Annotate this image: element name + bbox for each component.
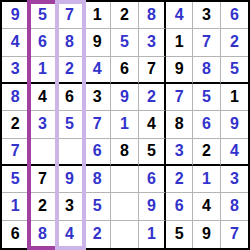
sudoku-board: 9571284364689531723124679858463927512357… [0, 0, 250, 250]
cell-r8c1[interactable]: 1 [2, 193, 29, 220]
cell-r7c1[interactable]: 5 [2, 166, 29, 193]
cell-r8c3[interactable]: 3 [57, 193, 84, 220]
cell-r1c8[interactable]: 3 [193, 2, 220, 29]
cell-r7c7[interactable]: 2 [166, 166, 193, 193]
cell-r5c1[interactable]: 2 [2, 111, 29, 138]
cell-r6c7[interactable]: 3 [166, 139, 193, 166]
cell-r5c7[interactable]: 8 [166, 111, 193, 138]
cell-r4c4[interactable]: 3 [84, 84, 111, 111]
cell-r1c2[interactable]: 5 [29, 2, 56, 29]
cell-r8c5[interactable] [111, 193, 138, 220]
cell-r3c6[interactable]: 7 [139, 57, 166, 84]
cell-r1c6[interactable]: 8 [139, 2, 166, 29]
cell-r1c9[interactable]: 6 [221, 2, 248, 29]
cell-r7c9[interactable]: 3 [221, 166, 248, 193]
cell-r4c8[interactable]: 5 [193, 84, 220, 111]
cell-r7c6[interactable]: 6 [139, 166, 166, 193]
cell-r9c9[interactable]: 7 [221, 221, 248, 248]
cell-r6c6[interactable]: 5 [139, 139, 166, 166]
cell-r3c1[interactable]: 3 [2, 57, 29, 84]
cell-r8c8[interactable]: 4 [193, 193, 220, 220]
cell-r2c9[interactable]: 2 [221, 29, 248, 56]
cell-r6c1[interactable]: 7 [2, 139, 29, 166]
cell-r2c3[interactable]: 8 [57, 29, 84, 56]
cell-r9c4[interactable]: 2 [84, 221, 111, 248]
cell-r5c9[interactable]: 9 [221, 111, 248, 138]
cell-r2c2[interactable]: 6 [29, 29, 56, 56]
cell-r8c4[interactable]: 5 [84, 193, 111, 220]
cell-r7c8[interactable]: 1 [193, 166, 220, 193]
cell-r7c3[interactable]: 9 [57, 166, 84, 193]
cell-r5c5[interactable]: 1 [111, 111, 138, 138]
cell-r3c2[interactable]: 1 [29, 57, 56, 84]
cell-r2c5[interactable]: 5 [111, 29, 138, 56]
cell-r8c9[interactable]: 8 [221, 193, 248, 220]
cell-r6c4[interactable]: 6 [84, 139, 111, 166]
cell-r2c8[interactable]: 7 [193, 29, 220, 56]
cell-r6c3[interactable] [57, 139, 84, 166]
cell-r7c4[interactable]: 8 [84, 166, 111, 193]
cell-r3c8[interactable]: 8 [193, 57, 220, 84]
cell-r4c2[interactable]: 4 [29, 84, 56, 111]
cell-r1c7[interactable]: 4 [166, 2, 193, 29]
cell-r9c3[interactable]: 4 [57, 221, 84, 248]
cell-r9c7[interactable]: 5 [166, 221, 193, 248]
cell-r3c3[interactable]: 2 [57, 57, 84, 84]
cell-r2c1[interactable]: 4 [2, 29, 29, 56]
cell-r2c7[interactable]: 1 [166, 29, 193, 56]
cell-r2c4[interactable]: 9 [84, 29, 111, 56]
cell-r5c2[interactable]: 3 [29, 111, 56, 138]
cell-r7c2[interactable]: 7 [29, 166, 56, 193]
cell-r8c7[interactable]: 6 [166, 193, 193, 220]
cell-r4c6[interactable]: 2 [139, 84, 166, 111]
cell-r6c2[interactable] [29, 139, 56, 166]
cell-r4c7[interactable]: 7 [166, 84, 193, 111]
cell-r1c1[interactable]: 9 [2, 2, 29, 29]
cell-r8c2[interactable]: 2 [29, 193, 56, 220]
cell-r9c2[interactable]: 8 [29, 221, 56, 248]
cell-r3c9[interactable]: 5 [221, 57, 248, 84]
cell-r2c6[interactable]: 3 [139, 29, 166, 56]
cell-r9c6[interactable]: 1 [139, 221, 166, 248]
cell-r3c5[interactable]: 6 [111, 57, 138, 84]
cell-r8c6[interactable]: 9 [139, 193, 166, 220]
cell-r6c8[interactable]: 2 [193, 139, 220, 166]
cell-r9c1[interactable]: 6 [2, 221, 29, 248]
cell-r3c4[interactable]: 4 [84, 57, 111, 84]
cell-r1c4[interactable]: 1 [84, 2, 111, 29]
cell-r6c5[interactable]: 8 [111, 139, 138, 166]
cell-r5c4[interactable]: 7 [84, 111, 111, 138]
cell-r5c3[interactable]: 5 [57, 111, 84, 138]
cell-r9c5[interactable] [111, 221, 138, 248]
cell-r1c5[interactable]: 2 [111, 2, 138, 29]
cell-r7c5[interactable] [111, 166, 138, 193]
cell-r4c1[interactable]: 8 [2, 84, 29, 111]
cell-r5c8[interactable]: 6 [193, 111, 220, 138]
cell-r1c3[interactable]: 7 [57, 2, 84, 29]
cell-r4c5[interactable]: 9 [111, 84, 138, 111]
cell-r5c6[interactable]: 4 [139, 111, 166, 138]
cell-r4c9[interactable]: 1 [221, 84, 248, 111]
cell-r3c7[interactable]: 9 [166, 57, 193, 84]
cell-r4c3[interactable]: 6 [57, 84, 84, 111]
cell-r6c9[interactable]: 4 [221, 139, 248, 166]
cell-r9c8[interactable]: 9 [193, 221, 220, 248]
